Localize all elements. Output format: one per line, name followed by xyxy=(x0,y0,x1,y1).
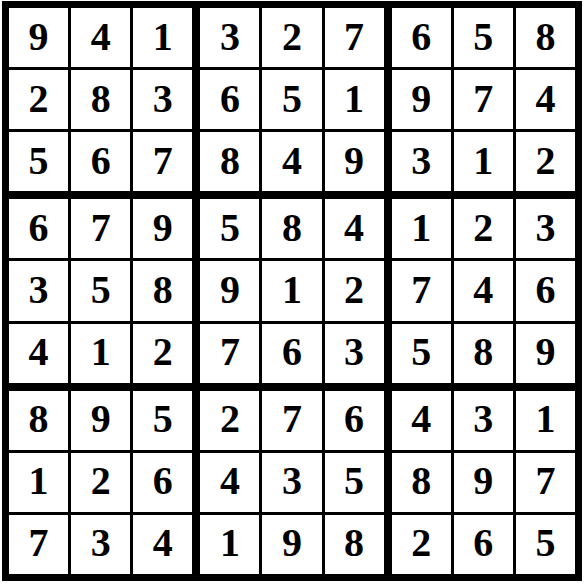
digit-r8c1: 1 xyxy=(29,461,49,501)
digit-r4c4: 5 xyxy=(220,208,240,248)
digit-r1c7: 6 xyxy=(411,17,431,57)
cell-r5c5[interactable]: 1 xyxy=(262,261,321,320)
cell-r5c6[interactable]: 2 xyxy=(325,261,384,320)
box-3-2: 276435198 xyxy=(200,391,383,574)
digit-r1c1: 9 xyxy=(29,17,49,57)
cell-r4c1[interactable]: 6 xyxy=(9,199,68,258)
cell-r8c6[interactable]: 5 xyxy=(325,453,384,512)
box-3-1: 895126734 xyxy=(9,391,192,574)
cell-r4c7[interactable]: 1 xyxy=(392,199,451,258)
box-1-3: 658974312 xyxy=(392,8,575,191)
digit-r9c8: 6 xyxy=(473,523,493,563)
digit-r3c7: 3 xyxy=(411,141,431,181)
cell-r2c3[interactable]: 3 xyxy=(133,70,192,129)
cell-r8c3[interactable]: 6 xyxy=(133,453,192,512)
digit-r1c2: 4 xyxy=(91,17,111,57)
digit-r3c5: 4 xyxy=(282,141,302,181)
digit-r8c6: 5 xyxy=(344,461,364,501)
digit-r7c7: 4 xyxy=(411,399,431,439)
digit-r2c7: 9 xyxy=(411,79,431,119)
digit-r4c1: 6 xyxy=(29,208,49,248)
digit-r9c6: 8 xyxy=(344,523,364,563)
digit-r7c1: 8 xyxy=(29,399,49,439)
cell-r9c5[interactable]: 9 xyxy=(262,515,321,574)
digit-r1c5: 2 xyxy=(282,17,302,57)
box-1-1: 941283567 xyxy=(9,8,192,191)
digit-r7c4: 2 xyxy=(220,399,240,439)
digit-r4c8: 2 xyxy=(473,208,493,248)
cell-r7c4[interactable]: 2 xyxy=(200,391,259,450)
cell-r5c2[interactable]: 5 xyxy=(71,261,130,320)
digit-r2c8: 7 xyxy=(473,79,493,119)
cell-r1c3[interactable]: 1 xyxy=(133,8,192,67)
digit-r2c4: 6 xyxy=(220,79,240,119)
cell-r6c3[interactable]: 2 xyxy=(133,324,192,383)
cell-r7c3[interactable]: 5 xyxy=(133,391,192,450)
digit-r5c2: 5 xyxy=(91,270,111,310)
cell-r8c4[interactable]: 4 xyxy=(200,453,259,512)
digit-r3c3: 7 xyxy=(153,141,173,181)
digit-r2c6: 1 xyxy=(344,79,364,119)
digit-r3c2: 6 xyxy=(91,141,111,181)
digit-r9c1: 7 xyxy=(29,523,49,563)
digit-r1c8: 5 xyxy=(473,17,493,57)
cell-r2c9[interactable]: 4 xyxy=(516,70,575,129)
digit-r6c2: 1 xyxy=(91,332,111,372)
digit-r6c9: 9 xyxy=(535,332,555,372)
digit-r3c6: 9 xyxy=(344,141,364,181)
digit-r6c1: 4 xyxy=(29,332,49,372)
cell-r2c5[interactable]: 5 xyxy=(262,70,321,129)
cell-r5c7[interactable]: 7 xyxy=(392,261,451,320)
cell-r1c8[interactable]: 5 xyxy=(454,8,513,67)
cell-r9c3[interactable]: 4 xyxy=(133,515,192,574)
cell-r4c6[interactable]: 4 xyxy=(325,199,384,258)
digit-r5c3: 8 xyxy=(153,270,173,310)
cell-r7c6[interactable]: 6 xyxy=(325,391,384,450)
digit-r6c6: 3 xyxy=(344,332,364,372)
digit-r1c3: 1 xyxy=(153,17,173,57)
cell-r1c6[interactable]: 7 xyxy=(325,8,384,67)
digit-r3c8: 1 xyxy=(473,141,493,181)
digit-r8c3: 6 xyxy=(153,461,173,501)
digit-r8c4: 4 xyxy=(220,461,240,501)
cell-r8c5[interactable]: 3 xyxy=(262,453,321,512)
cell-r4c2[interactable]: 7 xyxy=(71,199,130,258)
cell-r5c3[interactable]: 8 xyxy=(133,261,192,320)
cell-r3c9[interactable]: 2 xyxy=(516,132,575,191)
digit-r8c5: 3 xyxy=(282,461,302,501)
digit-r5c7: 7 xyxy=(411,270,431,310)
digit-r9c4: 1 xyxy=(220,523,240,563)
digit-r4c9: 3 xyxy=(535,208,555,248)
cell-r8c7[interactable]: 8 xyxy=(392,453,451,512)
cell-r2c4[interactable]: 6 xyxy=(200,70,259,129)
digit-r5c1: 3 xyxy=(29,270,49,310)
digit-r5c6: 2 xyxy=(344,270,364,310)
cell-r8c8[interactable]: 9 xyxy=(454,453,513,512)
cell-r3c5[interactable]: 4 xyxy=(262,132,321,191)
digit-r9c2: 3 xyxy=(91,523,111,563)
cell-r1c1[interactable]: 9 xyxy=(9,8,68,67)
cell-r7c8[interactable]: 3 xyxy=(454,391,513,450)
digit-r9c3: 4 xyxy=(153,523,173,563)
box-1-2: 327651849 xyxy=(200,8,383,191)
digit-r3c4: 8 xyxy=(220,141,240,181)
cell-r6c1[interactable]: 4 xyxy=(9,324,68,383)
digit-r5c9: 6 xyxy=(535,270,555,310)
digit-r1c4: 3 xyxy=(220,17,240,57)
digit-r4c3: 9 xyxy=(153,208,173,248)
digit-r8c8: 9 xyxy=(473,461,493,501)
digit-r6c8: 8 xyxy=(473,332,493,372)
cell-r5c1[interactable]: 3 xyxy=(9,261,68,320)
digit-r7c8: 3 xyxy=(473,399,493,439)
cell-r7c1[interactable]: 8 xyxy=(9,391,68,450)
digit-r7c5: 7 xyxy=(282,399,302,439)
cell-r9c8[interactable]: 6 xyxy=(454,515,513,574)
cell-r3c2[interactable]: 6 xyxy=(71,132,130,191)
cell-r4c4[interactable]: 5 xyxy=(200,199,259,258)
cell-r5c8[interactable]: 4 xyxy=(454,261,513,320)
digit-r2c9: 4 xyxy=(535,79,555,119)
cell-r3c8[interactable]: 1 xyxy=(454,132,513,191)
cell-r2c7[interactable]: 9 xyxy=(392,70,451,129)
cell-r4c8[interactable]: 2 xyxy=(454,199,513,258)
box-3-3: 431897265 xyxy=(392,391,575,574)
cell-r7c9[interactable]: 1 xyxy=(516,391,575,450)
digit-r3c1: 5 xyxy=(29,141,49,181)
digit-r8c2: 2 xyxy=(91,461,111,501)
digit-r4c5: 8 xyxy=(282,208,302,248)
cell-r9c7[interactable]: 2 xyxy=(392,515,451,574)
cell-r7c7[interactable]: 4 xyxy=(392,391,451,450)
digit-r4c6: 4 xyxy=(344,208,364,248)
cell-r6c7[interactable]: 5 xyxy=(392,324,451,383)
digit-r9c5: 9 xyxy=(282,523,302,563)
digit-r6c7: 5 xyxy=(411,332,431,372)
cell-r9c4[interactable]: 1 xyxy=(200,515,259,574)
digit-r5c8: 4 xyxy=(473,270,493,310)
digit-r9c7: 2 xyxy=(411,523,431,563)
cell-r1c5[interactable]: 2 xyxy=(262,8,321,67)
cell-r3c3[interactable]: 7 xyxy=(133,132,192,191)
digit-r2c3: 3 xyxy=(153,79,173,119)
box-2-2: 584912763 xyxy=(200,199,383,382)
cell-r4c9[interactable]: 3 xyxy=(516,199,575,258)
cell-r3c4[interactable]: 8 xyxy=(200,132,259,191)
cell-r6c6[interactable]: 3 xyxy=(325,324,384,383)
digit-r2c1: 2 xyxy=(29,79,49,119)
cell-r7c5[interactable]: 7 xyxy=(262,391,321,450)
cell-r6c8[interactable]: 8 xyxy=(454,324,513,383)
cell-r4c3[interactable]: 9 xyxy=(133,199,192,258)
cell-r1c2[interactable]: 4 xyxy=(71,8,130,67)
cell-r8c2[interactable]: 2 xyxy=(71,453,130,512)
cell-r2c2[interactable]: 8 xyxy=(71,70,130,129)
digit-r8c7: 8 xyxy=(411,461,431,501)
sudoku-board: 9412835673276518496589743126793584125849… xyxy=(2,1,582,581)
digit-r8c9: 7 xyxy=(535,461,555,501)
digit-r9c9: 5 xyxy=(535,523,555,563)
digit-r2c5: 5 xyxy=(282,79,302,119)
digit-r5c5: 1 xyxy=(282,270,302,310)
digit-r3c9: 2 xyxy=(535,141,555,181)
cell-r9c9[interactable]: 5 xyxy=(516,515,575,574)
cell-r9c6[interactable]: 8 xyxy=(325,515,384,574)
cell-r8c9[interactable]: 7 xyxy=(516,453,575,512)
digit-r7c2: 9 xyxy=(91,399,111,439)
cell-r6c4[interactable]: 7 xyxy=(200,324,259,383)
digit-r5c4: 9 xyxy=(220,270,240,310)
digit-r1c6: 7 xyxy=(344,17,364,57)
cell-r6c2[interactable]: 1 xyxy=(71,324,130,383)
cell-r3c6[interactable]: 9 xyxy=(325,132,384,191)
digit-r2c2: 8 xyxy=(91,79,111,119)
cell-r5c4[interactable]: 9 xyxy=(200,261,259,320)
digit-r6c4: 7 xyxy=(220,332,240,372)
cell-r1c4[interactable]: 3 xyxy=(200,8,259,67)
digit-r7c3: 5 xyxy=(153,399,173,439)
cell-r6c5[interactable]: 6 xyxy=(262,324,321,383)
digit-r4c7: 1 xyxy=(411,208,431,248)
cell-r2c8[interactable]: 7 xyxy=(454,70,513,129)
cell-r1c9[interactable]: 8 xyxy=(516,8,575,67)
digit-r6c3: 2 xyxy=(153,332,173,372)
cell-r8c1[interactable]: 1 xyxy=(9,453,68,512)
box-2-1: 679358412 xyxy=(9,199,192,382)
box-2-3: 123746589 xyxy=(392,199,575,382)
cell-r9c2[interactable]: 3 xyxy=(71,515,130,574)
cell-r3c7[interactable]: 3 xyxy=(392,132,451,191)
cell-r2c1[interactable]: 2 xyxy=(9,70,68,129)
digit-r1c9: 8 xyxy=(535,17,555,57)
cell-r3c1[interactable]: 5 xyxy=(9,132,68,191)
digit-r6c5: 6 xyxy=(282,332,302,372)
cell-r2c6[interactable]: 1 xyxy=(325,70,384,129)
digit-r4c2: 7 xyxy=(91,208,111,248)
cell-r5c9[interactable]: 6 xyxy=(516,261,575,320)
cell-r1c7[interactable]: 6 xyxy=(392,8,451,67)
cell-r6c9[interactable]: 9 xyxy=(516,324,575,383)
digit-r7c9: 1 xyxy=(535,399,555,439)
cell-r4c5[interactable]: 8 xyxy=(262,199,321,258)
cell-r9c1[interactable]: 7 xyxy=(9,515,68,574)
digit-r7c6: 6 xyxy=(344,399,364,439)
cell-r7c2[interactable]: 9 xyxy=(71,391,130,450)
